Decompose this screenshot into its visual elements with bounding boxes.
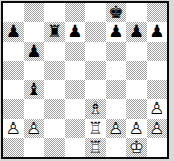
piece-glyph: ♚ (108, 4, 123, 21)
square-f1[interactable] (106, 138, 127, 157)
square-d3[interactable] (65, 99, 86, 118)
square-f5[interactable] (106, 61, 127, 80)
square-f4[interactable] (106, 80, 127, 99)
piece-glyph: ♙ (149, 120, 164, 137)
square-h7[interactable]: ♟ (147, 22, 168, 41)
piece-glyph: ♟ (149, 23, 164, 40)
square-c3[interactable] (44, 99, 65, 118)
chess-diagram: ♚♟♜♟♟♟♟♟♝♝♗♟♙♟♙♟♙♜♖♟♙♟♙♟♙♜♖♚♔ (0, 0, 174, 161)
square-h4[interactable] (147, 80, 168, 99)
square-e4[interactable] (85, 80, 106, 99)
piece-black-pawn: ♟ (67, 23, 82, 40)
square-b2[interactable]: ♟♙ (24, 119, 45, 138)
square-h6[interactable] (147, 42, 168, 61)
square-a2[interactable]: ♟♙ (3, 119, 24, 138)
square-e6[interactable] (85, 42, 106, 61)
square-f7[interactable]: ♟ (106, 22, 127, 41)
piece-white-king: ♚♔ (129, 139, 144, 156)
square-b7[interactable] (24, 22, 45, 41)
square-e3[interactable]: ♝♗ (85, 99, 106, 118)
piece-white-rook: ♜♖ (88, 139, 103, 156)
square-g4[interactable] (126, 80, 147, 99)
piece-glyph: ♙ (108, 120, 123, 137)
square-c6[interactable] (44, 42, 65, 61)
square-h1[interactable] (147, 138, 168, 157)
piece-glyph: ♝ (26, 81, 41, 98)
square-d2[interactable] (65, 119, 86, 138)
piece-white-pawn: ♟♙ (26, 120, 41, 137)
square-b4[interactable]: ♝ (24, 80, 45, 99)
piece-white-pawn: ♟♙ (129, 120, 144, 137)
square-h5[interactable] (147, 61, 168, 80)
piece-glyph: ♙ (149, 100, 164, 117)
square-g2[interactable]: ♟♙ (126, 119, 147, 138)
square-h8[interactable] (147, 3, 168, 22)
square-f6[interactable] (106, 42, 127, 61)
piece-glyph: ♗ (88, 100, 103, 117)
piece-black-king: ♚ (108, 4, 123, 21)
square-c7[interactable]: ♜ (44, 22, 65, 41)
square-a3[interactable] (3, 99, 24, 118)
piece-black-rook: ♜ (47, 23, 62, 40)
square-c5[interactable] (44, 61, 65, 80)
piece-glyph: ♙ (26, 120, 41, 137)
piece-black-pawn: ♟ (108, 23, 123, 40)
piece-glyph: ♙ (129, 120, 144, 137)
square-e8[interactable] (85, 3, 106, 22)
square-g8[interactable] (126, 3, 147, 22)
piece-white-pawn: ♟♙ (149, 100, 164, 117)
square-g6[interactable] (126, 42, 147, 61)
square-b6[interactable]: ♟ (24, 42, 45, 61)
square-a4[interactable] (3, 80, 24, 99)
square-h3[interactable]: ♟♙ (147, 99, 168, 118)
square-h2[interactable]: ♟♙ (147, 119, 168, 138)
piece-glyph: ♟ (6, 23, 21, 40)
piece-glyph: ♟ (67, 23, 82, 40)
square-g1[interactable]: ♚♔ (126, 138, 147, 157)
piece-white-pawn: ♟♙ (6, 120, 21, 137)
square-b8[interactable] (24, 3, 45, 22)
piece-glyph: ♙ (6, 120, 21, 137)
chess-board: ♚♟♜♟♟♟♟♟♝♝♗♟♙♟♙♟♙♜♖♟♙♟♙♟♙♜♖♚♔ (3, 3, 167, 157)
piece-glyph: ♜ (47, 23, 62, 40)
square-c8[interactable] (44, 3, 65, 22)
square-g7[interactable]: ♟ (126, 22, 147, 41)
square-a1[interactable] (3, 138, 24, 157)
board-frame: ♚♟♜♟♟♟♟♟♝♝♗♟♙♟♙♟♙♜♖♟♙♟♙♟♙♜♖♚♔ (1, 1, 169, 159)
piece-black-pawn: ♟ (149, 23, 164, 40)
square-a5[interactable] (3, 61, 24, 80)
piece-black-pawn: ♟ (26, 43, 41, 60)
square-a7[interactable]: ♟ (3, 22, 24, 41)
square-d5[interactable] (65, 61, 86, 80)
square-g5[interactable] (126, 61, 147, 80)
piece-white-pawn: ♟♙ (149, 120, 164, 137)
piece-glyph: ♟ (26, 43, 41, 60)
piece-black-pawn: ♟ (129, 23, 144, 40)
square-b3[interactable] (24, 99, 45, 118)
piece-glyph: ♟ (108, 23, 123, 40)
square-e5[interactable] (85, 61, 106, 80)
square-d7[interactable]: ♟ (65, 22, 86, 41)
piece-glyph: ♖ (88, 120, 103, 137)
square-d1[interactable] (65, 138, 86, 157)
piece-glyph: ♖ (88, 139, 103, 156)
square-a8[interactable] (3, 3, 24, 22)
square-d8[interactable] (65, 3, 86, 22)
square-g3[interactable] (126, 99, 147, 118)
square-a6[interactable] (3, 42, 24, 61)
square-d4[interactable] (65, 80, 86, 99)
piece-glyph: ♔ (129, 139, 144, 156)
square-f8[interactable]: ♚ (106, 3, 127, 22)
piece-white-pawn: ♟♙ (108, 120, 123, 137)
piece-white-rook: ♜♖ (88, 120, 103, 137)
square-c2[interactable] (44, 119, 65, 138)
square-f3[interactable] (106, 99, 127, 118)
piece-white-bishop: ♝♗ (88, 100, 103, 117)
piece-glyph: ♟ (129, 23, 144, 40)
square-e7[interactable] (85, 22, 106, 41)
square-d6[interactable] (65, 42, 86, 61)
square-f2[interactable]: ♟♙ (106, 119, 127, 138)
square-c1[interactable] (44, 138, 65, 157)
square-b1[interactable] (24, 138, 45, 157)
square-c4[interactable] (44, 80, 65, 99)
piece-black-bishop: ♝ (26, 81, 41, 98)
square-e2[interactable]: ♜♖ (85, 119, 106, 138)
piece-black-pawn: ♟ (6, 23, 21, 40)
square-b5[interactable] (24, 61, 45, 80)
square-e1[interactable]: ♜♖ (85, 138, 106, 157)
